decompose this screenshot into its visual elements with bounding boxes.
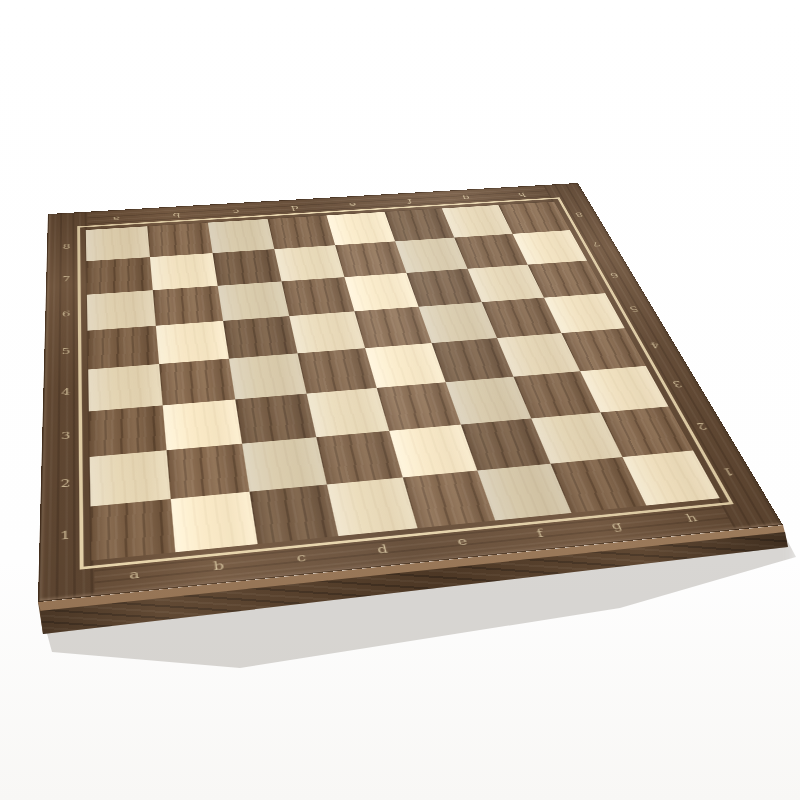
- square-c5[interactable]: [223, 316, 298, 359]
- rank-label-left-8: 8: [47, 230, 87, 264]
- rank-label-left-4: 4: [43, 369, 89, 415]
- square-b3[interactable]: [163, 399, 242, 450]
- square-a7[interactable]: [86, 257, 152, 295]
- square-d8[interactable]: [268, 215, 336, 249]
- square-b7[interactable]: [150, 253, 218, 290]
- square-d7[interactable]: [274, 245, 344, 281]
- scene: abcdefgh abcdefgh 87654321 87654321: [0, 0, 800, 800]
- square-d4[interactable]: [298, 348, 377, 393]
- rank-label-left-2: 2: [40, 457, 90, 511]
- square-b5[interactable]: [156, 321, 229, 364]
- square-f7[interactable]: [395, 238, 467, 273]
- square-e6[interactable]: [344, 273, 418, 311]
- square-d1[interactable]: [327, 477, 418, 536]
- rank-label-left-3: 3: [42, 411, 90, 461]
- square-e7[interactable]: [335, 241, 406, 277]
- square-a1[interactable]: [90, 499, 175, 561]
- playing-field: [86, 202, 720, 561]
- rank-label-left-6: 6: [45, 295, 88, 334]
- square-c7[interactable]: [213, 249, 282, 286]
- square-c8[interactable]: [208, 219, 274, 253]
- square-b1[interactable]: [171, 492, 258, 553]
- rank-label-left-1: 1: [39, 506, 91, 565]
- square-c2[interactable]: [242, 437, 327, 491]
- square-d2[interactable]: [316, 431, 402, 485]
- square-c6[interactable]: [218, 281, 290, 320]
- square-f8[interactable]: [385, 208, 455, 241]
- square-c3[interactable]: [235, 394, 316, 444]
- square-b6[interactable]: [153, 286, 223, 326]
- square-a3[interactable]: [89, 405, 167, 457]
- square-d3[interactable]: [307, 388, 390, 437]
- square-a8[interactable]: [86, 226, 150, 261]
- square-b8[interactable]: [147, 223, 212, 258]
- rank-labels-left: 87654321: [39, 230, 91, 566]
- rank-label-left-5: 5: [44, 331, 88, 373]
- square-b4[interactable]: [159, 359, 235, 406]
- rank-label-left-7: 7: [46, 261, 87, 297]
- square-e8[interactable]: [326, 212, 395, 245]
- square-c4[interactable]: [229, 353, 307, 399]
- square-d5[interactable]: [289, 311, 365, 353]
- square-a2[interactable]: [90, 450, 171, 506]
- square-c1[interactable]: [250, 484, 339, 544]
- square-a5[interactable]: [88, 326, 160, 370]
- square-a4[interactable]: [88, 364, 163, 411]
- square-d6[interactable]: [282, 277, 355, 316]
- square-a6[interactable]: [87, 290, 156, 330]
- square-b2[interactable]: [167, 444, 250, 499]
